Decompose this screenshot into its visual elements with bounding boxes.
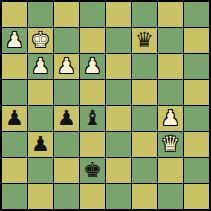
square-g6[interactable]	[158, 54, 183, 79]
white-pawn[interactable]: ♟	[5, 30, 24, 51]
white-pawn[interactable]: ♟	[57, 56, 76, 77]
white-pawn[interactable]: ♟	[31, 56, 50, 77]
square-e1[interactable]	[106, 184, 131, 209]
square-h4[interactable]	[184, 106, 209, 131]
square-f7[interactable]: ♛	[132, 28, 157, 53]
square-a7[interactable]: ♟	[2, 28, 27, 53]
square-d8[interactable]	[80, 2, 105, 27]
square-g8[interactable]	[158, 2, 183, 27]
square-c7[interactable]	[54, 28, 79, 53]
square-a8[interactable]	[2, 2, 27, 27]
square-f1[interactable]	[132, 184, 157, 209]
white-king[interactable]: ♚	[31, 30, 50, 51]
square-b4[interactable]	[28, 106, 53, 131]
square-e8[interactable]	[106, 2, 131, 27]
square-c3[interactable]	[54, 132, 79, 157]
square-f6[interactable]	[132, 54, 157, 79]
square-g7[interactable]	[158, 28, 183, 53]
square-b6[interactable]: ♟	[28, 54, 53, 79]
square-h5[interactable]	[184, 80, 209, 105]
square-h3[interactable]	[184, 132, 209, 157]
square-a4[interactable]: ♟	[2, 106, 27, 131]
square-d1[interactable]	[80, 184, 105, 209]
square-h8[interactable]	[184, 2, 209, 27]
square-a3[interactable]	[2, 132, 27, 157]
square-b8[interactable]	[28, 2, 53, 27]
square-g3[interactable]: ♛	[158, 132, 183, 157]
square-d4[interactable]: ♝	[80, 106, 105, 131]
square-c1[interactable]	[54, 184, 79, 209]
white-pawn[interactable]: ♟	[161, 108, 180, 129]
square-a6[interactable]	[2, 54, 27, 79]
square-h1[interactable]	[184, 184, 209, 209]
square-h6[interactable]	[184, 54, 209, 79]
square-f3[interactable]	[132, 132, 157, 157]
black-pawn[interactable]: ♟	[57, 108, 76, 129]
square-e2[interactable]	[106, 158, 131, 183]
square-b3[interactable]: ♟	[28, 132, 53, 157]
square-a1[interactable]	[2, 184, 27, 209]
square-d2[interactable]: ♚	[80, 158, 105, 183]
square-e4[interactable]	[106, 106, 131, 131]
square-d3[interactable]	[80, 132, 105, 157]
black-pawn[interactable]: ♟	[31, 134, 50, 155]
chess-board-grid: ♟♚♛♟♟♟♟♟♝♟♟♛♚	[2, 2, 209, 209]
white-pawn[interactable]: ♟	[83, 56, 102, 77]
square-c5[interactable]	[54, 80, 79, 105]
square-g1[interactable]	[158, 184, 183, 209]
square-d6[interactable]: ♟	[80, 54, 105, 79]
square-e6[interactable]	[106, 54, 131, 79]
square-f8[interactable]	[132, 2, 157, 27]
chess-board: ♟♚♛♟♟♟♟♟♝♟♟♛♚	[0, 0, 211, 211]
square-a2[interactable]	[2, 158, 27, 183]
square-d5[interactable]	[80, 80, 105, 105]
square-h2[interactable]	[184, 158, 209, 183]
white-queen[interactable]: ♛	[161, 134, 180, 155]
square-g2[interactable]	[158, 158, 183, 183]
square-b5[interactable]	[28, 80, 53, 105]
square-d7[interactable]	[80, 28, 105, 53]
square-e3[interactable]	[106, 132, 131, 157]
black-queen[interactable]: ♛	[135, 30, 154, 51]
square-c4[interactable]: ♟	[54, 106, 79, 131]
black-bishop[interactable]: ♝	[83, 108, 102, 129]
square-e5[interactable]	[106, 80, 131, 105]
square-h7[interactable]	[184, 28, 209, 53]
square-a5[interactable]	[2, 80, 27, 105]
square-f2[interactable]	[132, 158, 157, 183]
square-g4[interactable]: ♟	[158, 106, 183, 131]
square-b1[interactable]	[28, 184, 53, 209]
square-b7[interactable]: ♚	[28, 28, 53, 53]
black-pawn[interactable]: ♟	[5, 108, 24, 129]
square-e7[interactable]	[106, 28, 131, 53]
square-c6[interactable]: ♟	[54, 54, 79, 79]
square-c8[interactable]	[54, 2, 79, 27]
black-king[interactable]: ♚	[83, 160, 102, 181]
square-f5[interactable]	[132, 80, 157, 105]
square-g5[interactable]	[158, 80, 183, 105]
square-c2[interactable]	[54, 158, 79, 183]
square-f4[interactable]	[132, 106, 157, 131]
square-b2[interactable]	[28, 158, 53, 183]
